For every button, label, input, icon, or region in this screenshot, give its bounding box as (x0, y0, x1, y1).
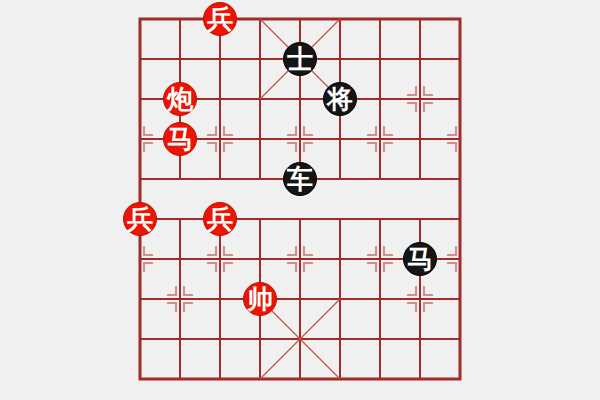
piece-red-cannon[interactable]: 炮 (163, 82, 197, 116)
piece-red-horse[interactable]: 马 (163, 122, 197, 156)
piece-red-soldier-2[interactable]: 兵 (123, 202, 157, 236)
piece-red-soldier-1[interactable]: 兵 (203, 2, 237, 36)
piece-red-general[interactable]: 帅 (243, 282, 277, 316)
xiangqi-board[interactable]: 兵士炮将马车兵兵马帅 (0, 0, 600, 400)
piece-black-horse[interactable]: 马 (403, 242, 437, 276)
piece-black-general[interactable]: 将 (323, 82, 357, 116)
piece-black-chariot[interactable]: 车 (283, 162, 317, 196)
piece-red-soldier-3[interactable]: 兵 (203, 202, 237, 236)
piece-black-advisor[interactable]: 士 (283, 42, 317, 76)
